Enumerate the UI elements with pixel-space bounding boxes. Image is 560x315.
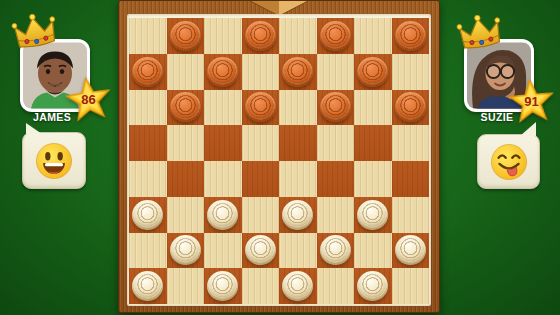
- square-r1c0[interactable]: [129, 54, 167, 90]
- orange-piece[interactable]: [170, 92, 201, 122]
- square-r5c7[interactable]: [392, 197, 430, 233]
- chat-bubble-suzie[interactable]: [477, 134, 540, 189]
- square-r5c5[interactable]: [317, 197, 355, 233]
- square-r0c7[interactable]: [392, 18, 430, 54]
- square-r2c1[interactable]: [167, 90, 205, 126]
- square-r6c2[interactable]: [204, 233, 242, 269]
- white-piece[interactable]: [245, 235, 276, 265]
- square-r4c6[interactable]: [354, 161, 392, 197]
- orange-piece[interactable]: [245, 21, 276, 51]
- square-r0c6[interactable]: [354, 18, 392, 54]
- checkers-board: [118, 0, 440, 313]
- orange-piece[interactable]: [132, 57, 163, 87]
- square-r7c0[interactable]: [129, 268, 167, 304]
- square-r3c6[interactable]: [354, 125, 392, 161]
- rating-value: 86: [66, 92, 111, 107]
- white-piece[interactable]: [395, 235, 426, 265]
- square-r5c6[interactable]: [354, 197, 392, 233]
- square-r2c0[interactable]: [129, 90, 167, 126]
- square-r6c1[interactable]: [167, 233, 205, 269]
- rating-badge-james: 86: [66, 77, 111, 120]
- rating-badge-suzie: 91: [509, 79, 554, 122]
- square-r6c0[interactable]: [129, 233, 167, 269]
- square-r7c7[interactable]: [392, 268, 430, 304]
- orange-piece[interactable]: [245, 92, 276, 122]
- square-r2c3[interactable]: [242, 90, 280, 126]
- square-r7c5[interactable]: [317, 268, 355, 304]
- square-r2c7[interactable]: [392, 90, 430, 126]
- square-r5c4[interactable]: [279, 197, 317, 233]
- white-piece[interactable]: [282, 200, 313, 230]
- square-r2c2[interactable]: [204, 90, 242, 126]
- white-piece[interactable]: [132, 200, 163, 230]
- white-piece[interactable]: [320, 235, 351, 265]
- square-r3c7[interactable]: [392, 125, 430, 161]
- square-r3c3[interactable]: [242, 125, 280, 161]
- white-piece[interactable]: [207, 271, 238, 301]
- orange-piece[interactable]: [395, 92, 426, 122]
- square-r6c5[interactable]: [317, 233, 355, 269]
- square-r2c6[interactable]: [354, 90, 392, 126]
- square-r5c1[interactable]: [167, 197, 205, 233]
- square-r7c3[interactable]: [242, 268, 280, 304]
- orange-piece[interactable]: [170, 21, 201, 51]
- square-r4c7[interactable]: [392, 161, 430, 197]
- square-r0c3[interactable]: [242, 18, 280, 54]
- white-piece[interactable]: [357, 271, 388, 301]
- square-r4c0[interactable]: [129, 161, 167, 197]
- square-r6c3[interactable]: [242, 233, 280, 269]
- orange-piece[interactable]: [207, 57, 238, 87]
- orange-piece[interactable]: [320, 21, 351, 51]
- grinning-face-emoji-icon: [35, 142, 73, 180]
- board-mat: [127, 14, 431, 306]
- chat-bubble-james[interactable]: [22, 132, 86, 189]
- square-r0c4[interactable]: [279, 18, 317, 54]
- square-r3c4[interactable]: [279, 125, 317, 161]
- square-r1c4[interactable]: [279, 54, 317, 90]
- square-r0c2[interactable]: [204, 18, 242, 54]
- square-r1c5[interactable]: [317, 54, 355, 90]
- square-r4c1[interactable]: [167, 161, 205, 197]
- game-screen: 86 JAMES: [0, 0, 560, 315]
- bubble-tail: [26, 123, 42, 134]
- orange-piece[interactable]: [282, 57, 313, 87]
- square-r5c2[interactable]: [204, 197, 242, 233]
- square-r7c4[interactable]: [279, 268, 317, 304]
- board-grid: [129, 18, 429, 304]
- square-r1c2[interactable]: [204, 54, 242, 90]
- square-r4c5[interactable]: [317, 161, 355, 197]
- square-r6c7[interactable]: [392, 233, 430, 269]
- orange-piece[interactable]: [320, 92, 351, 122]
- square-r5c3[interactable]: [242, 197, 280, 233]
- square-r1c6[interactable]: [354, 54, 392, 90]
- square-r5c0[interactable]: [129, 197, 167, 233]
- square-r0c1[interactable]: [167, 18, 205, 54]
- white-piece[interactable]: [282, 271, 313, 301]
- square-r6c4[interactable]: [279, 233, 317, 269]
- white-piece[interactable]: [357, 200, 388, 230]
- bubble-tail: [520, 122, 536, 136]
- square-r3c2[interactable]: [204, 125, 242, 161]
- square-r1c7[interactable]: [392, 54, 430, 90]
- square-r2c5[interactable]: [317, 90, 355, 126]
- square-r7c1[interactable]: [167, 268, 205, 304]
- white-piece[interactable]: [170, 235, 201, 265]
- square-r6c6[interactable]: [354, 233, 392, 269]
- square-r3c1[interactable]: [167, 125, 205, 161]
- square-r0c5[interactable]: [317, 18, 355, 54]
- orange-piece[interactable]: [395, 21, 426, 51]
- square-r1c1[interactable]: [167, 54, 205, 90]
- square-r4c4[interactable]: [279, 161, 317, 197]
- square-r3c5[interactable]: [317, 125, 355, 161]
- square-r4c2[interactable]: [204, 161, 242, 197]
- rating-value: 91: [509, 94, 554, 109]
- square-r4c3[interactable]: [242, 161, 280, 197]
- orange-piece[interactable]: [357, 57, 388, 87]
- square-r0c0[interactable]: [129, 18, 167, 54]
- square-r2c4[interactable]: [279, 90, 317, 126]
- square-r1c3[interactable]: [242, 54, 280, 90]
- square-r7c2[interactable]: [204, 268, 242, 304]
- white-piece[interactable]: [132, 271, 163, 301]
- white-piece[interactable]: [207, 200, 238, 230]
- square-r3c0[interactable]: [129, 125, 167, 161]
- tongue-out-face-emoji-icon: [490, 143, 528, 181]
- square-r7c6[interactable]: [354, 268, 392, 304]
